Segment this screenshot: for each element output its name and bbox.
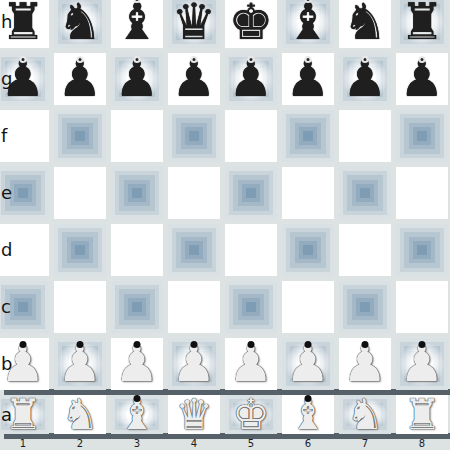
square-b5[interactable]: ♟ (225, 338, 277, 390)
square-c5[interactable] (225, 281, 277, 333)
square-e8[interactable] (396, 167, 448, 219)
square-b2[interactable]: ♟ (54, 338, 106, 390)
black-dot-finial-icon (134, 395, 141, 402)
col-label-5: 5 (244, 439, 258, 449)
light-ring-finial-icon (134, 56, 141, 63)
col-label-2: 2 (73, 439, 87, 449)
black-dot-finial-icon (305, 395, 312, 402)
col-label-1: 1 (16, 439, 30, 449)
square-g4[interactable]: ♟ (168, 53, 220, 105)
piece-black-knight[interactable]: ♞ (54, 0, 106, 48)
row-label-h: h (1, 13, 16, 31)
square-g5[interactable]: ♟ (225, 53, 277, 105)
square-e4[interactable] (168, 167, 220, 219)
square-h2[interactable]: ♞ (54, 0, 106, 48)
square-a7[interactable]: ♞ (339, 395, 391, 434)
chessboard: ♜♞♝♛♚♝♞♜♟♟♟♟♟♟♟♟♟♟♟♟♟♟♟♟♜♞♝♛♚♝♞♜ hgfedcb… (0, 0, 450, 450)
square-f5[interactable] (225, 110, 277, 162)
black-dot-finial-icon (134, 341, 141, 348)
piece-white-knight[interactable]: ♞ (54, 395, 106, 434)
square-a4[interactable]: ♛ (168, 395, 220, 434)
col-label-8: 8 (415, 439, 429, 449)
square-g8[interactable]: ♟ (396, 53, 448, 105)
square-c6[interactable] (282, 281, 334, 333)
light-ring-finial-icon (191, 56, 198, 63)
square-g6[interactable]: ♟ (282, 53, 334, 105)
square-h5[interactable]: ♚ (225, 0, 277, 48)
col-label-4: 4 (187, 439, 201, 449)
square-a6[interactable]: ♝ (282, 395, 334, 434)
light-ring-finial-icon (20, 56, 27, 63)
square-f7[interactable] (339, 110, 391, 162)
piece-black-king[interactable]: ♚ (225, 0, 277, 48)
square-e2[interactable] (54, 167, 106, 219)
square-d5[interactable] (225, 224, 277, 276)
light-ring-finial-icon (248, 56, 255, 63)
square-h3[interactable]: ♝ (111, 0, 163, 48)
black-dot-finial-icon (77, 341, 84, 348)
light-ring-finial-icon (362, 56, 369, 63)
square-e3[interactable] (111, 167, 163, 219)
square-f3[interactable] (111, 110, 163, 162)
square-a3[interactable]: ♝ (111, 395, 163, 434)
square-a8[interactable]: ♜ (396, 395, 448, 434)
row-label-a: a (1, 406, 16, 424)
piece-black-queen[interactable]: ♛ (168, 0, 220, 48)
square-c8[interactable] (396, 281, 448, 333)
black-dot-finial-icon (419, 341, 426, 348)
square-b4[interactable]: ♟ (168, 338, 220, 390)
row-label-f: f (1, 127, 16, 145)
col-label-7: 7 (358, 439, 372, 449)
square-g2[interactable]: ♟ (54, 53, 106, 105)
square-h6[interactable]: ♝ (282, 0, 334, 48)
square-h4[interactable]: ♛ (168, 0, 220, 48)
piece-black-bishop[interactable]: ♝ (111, 0, 163, 48)
square-c3[interactable] (111, 281, 163, 333)
black-dot-finial-icon (20, 341, 27, 348)
black-dot-finial-icon (248, 341, 255, 348)
square-d6[interactable] (282, 224, 334, 276)
piece-black-bishop[interactable]: ♝ (282, 0, 334, 48)
square-a5[interactable]: ♚ (225, 395, 277, 434)
row-label-b: b (1, 355, 16, 373)
row-label-c: c (1, 298, 16, 316)
square-b3[interactable]: ♟ (111, 338, 163, 390)
square-d7[interactable] (339, 224, 391, 276)
square-b7[interactable]: ♟ (339, 338, 391, 390)
black-dot-finial-icon (191, 341, 198, 348)
row-label-g: g (1, 70, 16, 88)
square-e7[interactable] (339, 167, 391, 219)
square-f4[interactable] (168, 110, 220, 162)
square-d3[interactable] (111, 224, 163, 276)
piece-black-rook[interactable]: ♜ (396, 0, 448, 48)
piece-white-king[interactable]: ♚ (225, 395, 277, 434)
square-h8[interactable]: ♜ (396, 0, 448, 48)
piece-black-knight[interactable]: ♞ (339, 0, 391, 48)
black-dot-finial-icon (305, 341, 312, 348)
square-e6[interactable] (282, 167, 334, 219)
square-f6[interactable] (282, 110, 334, 162)
row-label-d: d (1, 241, 16, 259)
piece-white-rook[interactable]: ♜ (396, 395, 448, 434)
square-f2[interactable] (54, 110, 106, 162)
row-label-e: e (1, 184, 16, 202)
square-g7[interactable]: ♟ (339, 53, 391, 105)
col-label-3: 3 (130, 439, 144, 449)
light-ring-finial-icon (419, 56, 426, 63)
square-a2[interactable]: ♞ (54, 395, 106, 434)
square-b6[interactable]: ♟ (282, 338, 334, 390)
piece-white-queen[interactable]: ♛ (168, 395, 220, 434)
light-ring-finial-icon (305, 56, 312, 63)
square-c2[interactable] (54, 281, 106, 333)
board-grid: ♜♞♝♛♚♝♞♜♟♟♟♟♟♟♟♟♟♟♟♟♟♟♟♟♜♞♝♛♚♝♞♜ (0, 0, 448, 434)
square-f8[interactable] (396, 110, 448, 162)
square-d8[interactable] (396, 224, 448, 276)
black-dot-finial-icon (362, 341, 369, 348)
col-label-6: 6 (301, 439, 315, 449)
square-h7[interactable]: ♞ (339, 0, 391, 48)
square-d4[interactable] (168, 224, 220, 276)
square-b8[interactable]: ♟ (396, 338, 448, 390)
piece-white-knight[interactable]: ♞ (339, 395, 391, 434)
square-g3[interactable]: ♟ (111, 53, 163, 105)
square-c7[interactable] (339, 281, 391, 333)
square-c4[interactable] (168, 281, 220, 333)
square-e5[interactable] (225, 167, 277, 219)
square-d2[interactable] (54, 224, 106, 276)
light-ring-finial-icon (77, 56, 84, 63)
